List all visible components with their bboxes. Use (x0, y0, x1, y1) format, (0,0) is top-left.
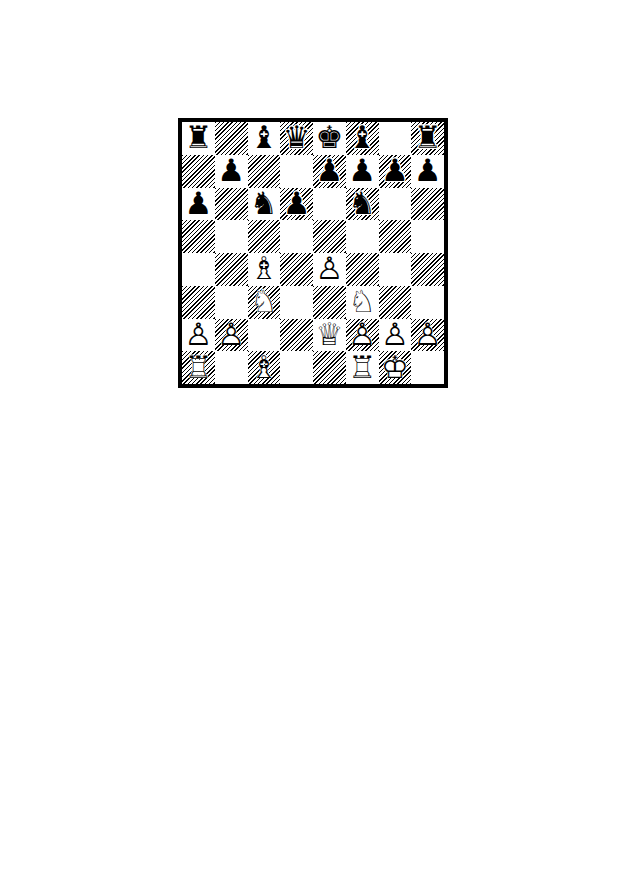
square-b6 (215, 188, 248, 221)
square-g5 (379, 220, 412, 253)
square-h2: ♟♙ (411, 319, 444, 352)
square-e5 (313, 220, 346, 253)
square-g8 (379, 122, 412, 155)
square-d4 (280, 253, 313, 286)
square-g1: ♚♔ (379, 351, 412, 384)
square-d1 (280, 351, 313, 384)
black-pawn-e7: ♟ (313, 155, 346, 188)
black-rook-h8: ♜ (411, 122, 444, 155)
square-c7 (248, 155, 281, 188)
square-b2: ♟♙ (215, 319, 248, 352)
black-pawn-b7: ♟ (215, 155, 248, 188)
square-a7 (182, 155, 215, 188)
black-knight-c6: ♞ (248, 188, 281, 221)
square-a2: ♟♙ (182, 319, 215, 352)
square-d6: ♟ (280, 188, 313, 221)
white-rook-a1: ♜♖ (182, 351, 215, 384)
white-pawn-g2: ♟♙ (379, 319, 412, 352)
square-a3 (182, 286, 215, 319)
square-c1: ♝♗ (248, 351, 281, 384)
square-a6: ♟ (182, 188, 215, 221)
square-c5 (248, 220, 281, 253)
square-h4 (411, 253, 444, 286)
black-pawn-a6: ♟ (182, 188, 215, 221)
square-h7: ♟ (411, 155, 444, 188)
square-a8: ♜ (182, 122, 215, 155)
square-d7 (280, 155, 313, 188)
square-f5 (346, 220, 379, 253)
square-e4: ♟♙ (313, 253, 346, 286)
square-b7: ♟ (215, 155, 248, 188)
black-pawn-f7: ♟ (346, 155, 379, 188)
black-pawn-h7: ♟ (411, 155, 444, 188)
black-bishop-c8: ♝ (248, 122, 281, 155)
white-bishop-c1: ♝♗ (248, 351, 281, 384)
square-b3 (215, 286, 248, 319)
black-knight-f6: ♞ (346, 188, 379, 221)
square-e3 (313, 286, 346, 319)
square-c2 (248, 319, 281, 352)
square-g2: ♟♙ (379, 319, 412, 352)
white-rook-f1: ♜♖ (346, 351, 379, 384)
square-h6 (411, 188, 444, 221)
square-g3 (379, 286, 412, 319)
white-pawn-b2: ♟♙ (215, 319, 248, 352)
white-queen-e2: ♛♕ (313, 319, 346, 352)
square-c6: ♞ (248, 188, 281, 221)
square-f2: ♟♙ (346, 319, 379, 352)
square-g4 (379, 253, 412, 286)
document-page: ♜♝♛♚♝♜♟♟♟♟♟♟♞♟♞♝♗♟♙♞♘♞♘♟♙♟♙♛♕♟♙♟♙♟♙♜♖♝♗♜… (0, 0, 629, 893)
square-h1 (411, 351, 444, 384)
square-h8: ♜ (411, 122, 444, 155)
square-c3: ♞♘ (248, 286, 281, 319)
square-f3: ♞♘ (346, 286, 379, 319)
square-e6 (313, 188, 346, 221)
white-pawn-e4: ♟♙ (313, 253, 346, 286)
square-a4 (182, 253, 215, 286)
square-g7: ♟ (379, 155, 412, 188)
square-e2: ♛♕ (313, 319, 346, 352)
square-d5 (280, 220, 313, 253)
square-e8: ♚ (313, 122, 346, 155)
square-e7: ♟ (313, 155, 346, 188)
square-b4 (215, 253, 248, 286)
square-d8: ♛ (280, 122, 313, 155)
square-a5 (182, 220, 215, 253)
square-a1: ♜♖ (182, 351, 215, 384)
black-pawn-d6: ♟ (280, 188, 313, 221)
square-c8: ♝ (248, 122, 281, 155)
square-d2 (280, 319, 313, 352)
white-knight-c3: ♞♘ (248, 286, 281, 319)
white-pawn-a2: ♟♙ (182, 319, 215, 352)
square-g6 (379, 188, 412, 221)
white-bishop-c4: ♝♗ (248, 253, 281, 286)
square-f4 (346, 253, 379, 286)
white-king-g1: ♚♔ (379, 351, 412, 384)
black-bishop-f8: ♝ (346, 122, 379, 155)
square-e1 (313, 351, 346, 384)
black-pawn-g7: ♟ (379, 155, 412, 188)
white-pawn-h2: ♟♙ (411, 319, 444, 352)
black-rook-a8: ♜ (182, 122, 215, 155)
square-f6: ♞ (346, 188, 379, 221)
black-queen-d8: ♛ (280, 122, 313, 155)
chess-board: ♜♝♛♚♝♜♟♟♟♟♟♟♞♟♞♝♗♟♙♞♘♞♘♟♙♟♙♛♕♟♙♟♙♟♙♜♖♝♗♜… (178, 118, 448, 388)
square-d3 (280, 286, 313, 319)
square-f7: ♟ (346, 155, 379, 188)
square-h5 (411, 220, 444, 253)
white-knight-f3: ♞♘ (346, 286, 379, 319)
square-h3 (411, 286, 444, 319)
square-f8: ♝ (346, 122, 379, 155)
square-b8 (215, 122, 248, 155)
black-king-e8: ♚ (313, 122, 346, 155)
white-pawn-f2: ♟♙ (346, 319, 379, 352)
square-b1 (215, 351, 248, 384)
square-c4: ♝♗ (248, 253, 281, 286)
square-f1: ♜♖ (346, 351, 379, 384)
square-b5 (215, 220, 248, 253)
